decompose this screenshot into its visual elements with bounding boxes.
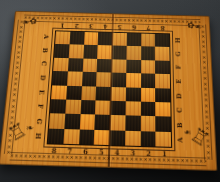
- square-e1: [109, 130, 125, 146]
- square-h7: [155, 47, 170, 61]
- coord-label: 6: [127, 23, 141, 31]
- coord-label: 6: [77, 146, 93, 156]
- square-g5: [141, 73, 156, 87]
- photo-background: ✕✕✕✕✕✕✕✕✕✕✕✕✕✕✕✕✕✕✕✕✕✕✕✕✕✕✕✕✕✕✕✕✕✕✕✕✕✕✕✕…: [0, 0, 220, 182]
- square-c1: [79, 129, 95, 145]
- square-h3: [155, 102, 170, 117]
- coord-label: A: [38, 32, 53, 40]
- coord-label: 2: [141, 148, 157, 158]
- coord-label: 7: [62, 146, 78, 156]
- square-b4: [66, 85, 82, 100]
- square-c2: [79, 114, 95, 129]
- coord-label: B: [37, 46, 52, 55]
- coord-label: H: [29, 131, 45, 141]
- square-c7: [83, 45, 98, 59]
- square-a8: [55, 31, 70, 44]
- coord-label: 4: [109, 147, 125, 157]
- square-e5: [111, 73, 126, 87]
- square-e6: [111, 59, 126, 73]
- file-labels-right: HGFEDCBA: [174, 33, 186, 148]
- square-g6: [141, 60, 156, 74]
- square-b1: [63, 129, 79, 145]
- square-a4: [51, 85, 67, 100]
- square-c3: [80, 100, 96, 115]
- coord-label: 1: [55, 22, 70, 30]
- rim-pattern-left: ✕✕✕✕✕✕✕✕✕✕✕✕✕✕✕✕✕✕✕✕✕✕✕✕✕✕✕✕✕✕✕✕✕✕✕✕✕✕✕✕…: [4, 20, 26, 154]
- square-f3: [125, 101, 140, 116]
- square-f7: [126, 46, 141, 60]
- square-h2: [155, 116, 170, 131]
- coord-label: 2: [69, 22, 84, 30]
- chess-board: ✕✕✕✕✕✕✕✕✕✕✕✕✕✕✕✕✕✕✕✕✕✕✕✕✕✕✕✕✕✕✕✕✕✕✕✕✕✕✕✕…: [0, 11, 217, 171]
- coord-label: 5: [113, 23, 127, 31]
- square-c8: [84, 32, 99, 45]
- rim-pattern-right: ✕✕✕✕✕✕✕✕✕✕✕✕✕✕✕✕✕✕✕✕✕✕✕✕✕✕✕✕✕✕✕✕✕✕✕✕✕✕✕✕…: [198, 24, 212, 160]
- square-e7: [112, 46, 127, 60]
- square-f1: [125, 130, 141, 146]
- square-f8: [126, 33, 140, 46]
- square-g4: [140, 87, 155, 102]
- coord-label: D: [35, 73, 50, 82]
- coord-label: 7: [141, 24, 155, 32]
- square-c6: [82, 58, 97, 72]
- coord-label: 3: [125, 148, 141, 158]
- square-a5: [52, 71, 68, 85]
- coord-label: F: [172, 63, 187, 72]
- square-f4: [126, 87, 141, 102]
- square-b6: [68, 58, 83, 72]
- square-b3: [65, 99, 81, 114]
- square-c4: [81, 86, 96, 101]
- coord-label: G: [172, 49, 186, 58]
- coord-label: G: [31, 116, 47, 126]
- coord-label: 3: [84, 22, 99, 30]
- square-g1: [140, 131, 155, 147]
- coord-label: E: [33, 87, 48, 96]
- square-a6: [53, 58, 68, 72]
- square-h4: [155, 88, 170, 103]
- square-h5: [155, 74, 170, 88]
- square-a2: [49, 113, 65, 128]
- square-b8: [69, 32, 84, 45]
- square-e8: [112, 33, 127, 46]
- square-g8: [141, 34, 155, 47]
- coord-label: A: [173, 135, 188, 145]
- square-g3: [140, 102, 155, 117]
- square-g7: [141, 47, 155, 61]
- square-h8: [155, 34, 169, 47]
- square-f6: [126, 59, 141, 73]
- square-f5: [126, 73, 141, 87]
- coord-label: 4: [98, 23, 113, 31]
- square-b7: [68, 45, 83, 59]
- square-g2: [140, 116, 155, 131]
- square-b5: [67, 71, 82, 85]
- square-e4: [111, 87, 126, 102]
- square-e3: [110, 101, 125, 116]
- coord-label: F: [32, 102, 48, 111]
- coord-label: B: [173, 120, 188, 130]
- square-b2: [64, 114, 80, 129]
- square-e2: [110, 115, 125, 130]
- coord-label: 8: [156, 24, 170, 32]
- board-perspective-wrap: ✕✕✕✕✕✕✕✕✕✕✕✕✕✕✕✕✕✕✕✕✕✕✕✕✕✕✕✕✕✕✕✕✕✕✕✕✕✕✕✕…: [0, 11, 217, 171]
- square-a3: [50, 99, 66, 114]
- coord-label: D: [172, 91, 187, 100]
- coord-label: 8: [46, 145, 62, 155]
- coord-label: E: [172, 77, 187, 86]
- square-a7: [54, 44, 69, 58]
- square-c5: [82, 72, 97, 86]
- square-h6: [155, 60, 170, 74]
- square-f2: [125, 116, 140, 131]
- coord-label: 5: [93, 147, 109, 157]
- coord-label: 1: [156, 149, 172, 159]
- coord-label: C: [36, 59, 51, 68]
- square-a1: [48, 128, 64, 144]
- coord-label: H: [171, 36, 185, 45]
- coord-label: C: [173, 105, 188, 115]
- square-h1: [156, 131, 172, 147]
